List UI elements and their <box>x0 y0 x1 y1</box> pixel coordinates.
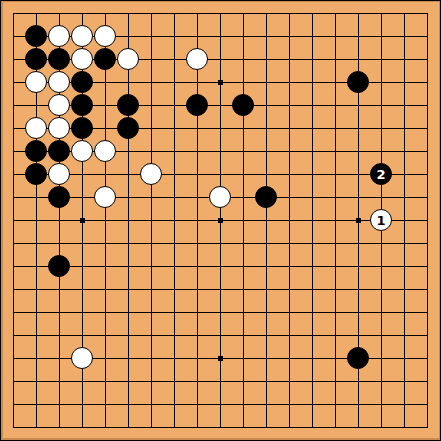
go-board: 21 <box>0 0 441 441</box>
black-stone <box>347 347 369 369</box>
white-stone <box>48 117 70 139</box>
white-stone <box>94 186 116 208</box>
grid-line-horizontal <box>13 289 428 290</box>
grid-line-vertical <box>289 13 290 428</box>
white-stone <box>25 117 47 139</box>
white-stone <box>25 71 47 93</box>
grid-line-horizontal <box>13 335 428 336</box>
white-stone <box>140 163 162 185</box>
black-stone <box>117 94 139 116</box>
white-stone-move-1: 1 <box>370 209 392 231</box>
black-stone <box>186 94 208 116</box>
white-stone <box>209 186 231 208</box>
white-stone <box>186 48 208 70</box>
white-stone <box>48 163 70 185</box>
white-stone <box>48 71 70 93</box>
white-stone <box>71 347 93 369</box>
white-stone <box>94 25 116 47</box>
grid-line-horizontal <box>13 243 428 244</box>
grid-line-vertical <box>266 13 267 428</box>
grid-line-horizontal <box>13 266 428 267</box>
black-stone <box>232 94 254 116</box>
star-point <box>80 218 85 223</box>
grid-line-horizontal <box>13 312 428 313</box>
black-stone <box>347 71 369 93</box>
star-point <box>218 218 223 223</box>
star-point <box>218 80 223 85</box>
white-stone <box>71 48 93 70</box>
black-stone <box>25 25 47 47</box>
star-point <box>218 356 223 361</box>
grid-line-horizontal <box>13 427 428 428</box>
grid-line-vertical <box>312 13 313 428</box>
grid-line-vertical <box>427 13 428 428</box>
star-point <box>356 218 361 223</box>
black-stone <box>117 117 139 139</box>
black-stone-move-2: 2 <box>370 163 392 185</box>
white-stone <box>94 140 116 162</box>
black-stone <box>48 255 70 277</box>
black-stone <box>48 186 70 208</box>
black-stone <box>71 71 93 93</box>
grid-line-horizontal <box>13 381 428 382</box>
grid-line-horizontal <box>13 404 428 405</box>
white-stone <box>71 25 93 47</box>
black-stone <box>25 140 47 162</box>
grid-line-vertical <box>335 13 336 428</box>
white-stone <box>48 94 70 116</box>
grid-line-vertical <box>404 13 405 428</box>
black-stone <box>48 48 70 70</box>
black-stone <box>48 140 70 162</box>
black-stone <box>25 48 47 70</box>
black-stone <box>71 117 93 139</box>
white-stone <box>48 25 70 47</box>
black-stone <box>255 186 277 208</box>
white-stone <box>117 48 139 70</box>
black-stone <box>94 48 116 70</box>
black-stone <box>25 163 47 185</box>
black-stone <box>71 94 93 116</box>
white-stone <box>71 140 93 162</box>
grid-line-vertical <box>243 13 244 428</box>
